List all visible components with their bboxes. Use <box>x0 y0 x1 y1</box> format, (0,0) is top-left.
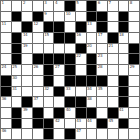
clue-number: 33 <box>66 87 71 91</box>
blocked-cell <box>33 108 43 118</box>
letter-cell[interactable] <box>65 44 75 54</box>
blocked-cell <box>97 76 107 86</box>
letter-cell[interactable] <box>1 33 11 43</box>
blocked-cell <box>1 87 11 97</box>
clue-number: 37 <box>34 97 39 101</box>
letter-cell[interactable]: 39 <box>22 108 32 118</box>
letter-cell[interactable] <box>44 44 54 54</box>
blocked-cell <box>22 97 32 107</box>
letter-cell[interactable] <box>119 129 129 139</box>
clue-number: 17 <box>98 33 103 37</box>
letter-cell[interactable] <box>1 12 11 22</box>
blocked-cell <box>87 76 97 86</box>
letter-cell[interactable] <box>97 97 107 107</box>
letter-cell[interactable] <box>76 12 86 22</box>
letter-cell[interactable] <box>65 22 75 32</box>
clue-number: 12 <box>34 22 39 26</box>
clue-number: 8 <box>130 1 132 5</box>
letter-cell[interactable] <box>33 33 43 43</box>
letter-cell[interactable]: 40 <box>65 108 75 118</box>
letter-cell[interactable]: 8 <box>129 1 139 11</box>
letter-cell[interactable] <box>108 12 118 22</box>
letter-cell[interactable] <box>54 97 64 107</box>
blocked-cell <box>12 108 22 118</box>
letter-cell[interactable] <box>108 87 118 97</box>
letter-cell[interactable] <box>129 129 139 139</box>
letter-cell[interactable] <box>108 129 118 139</box>
letter-cell[interactable] <box>129 33 139 43</box>
letter-cell[interactable]: 1 <box>1 1 11 11</box>
clue-number: 11 <box>2 22 7 26</box>
letter-cell[interactable]: 25 <box>12 65 22 75</box>
letter-cell[interactable] <box>97 44 107 54</box>
letter-cell[interactable] <box>119 1 129 11</box>
clue-number: 40 <box>66 108 71 112</box>
clue-number: 16 <box>76 33 81 37</box>
letter-cell[interactable] <box>22 119 32 129</box>
letter-cell[interactable] <box>1 108 11 118</box>
letter-cell[interactable]: 12 <box>33 22 43 32</box>
letter-cell[interactable]: 35 <box>97 87 107 97</box>
blocked-cell <box>97 22 107 32</box>
letter-cell[interactable] <box>108 76 118 86</box>
clue-number: 7 <box>108 1 110 5</box>
blocked-cell <box>22 22 32 32</box>
letter-cell[interactable]: 31 <box>12 87 22 97</box>
letter-cell[interactable]: 20 <box>87 44 97 54</box>
letter-cell[interactable] <box>108 65 118 75</box>
clue-number: 47 <box>76 129 81 133</box>
letter-cell[interactable]: 2 <box>22 1 32 11</box>
blocked-cell <box>87 12 97 22</box>
letter-cell[interactable] <box>1 44 11 54</box>
blocked-cell <box>119 87 129 97</box>
letter-cell[interactable] <box>22 54 32 64</box>
letter-cell[interactable] <box>33 44 43 54</box>
clue-number: 46 <box>2 129 7 133</box>
clue-number: 3 <box>44 1 46 5</box>
clue-number: 1 <box>2 1 4 5</box>
letter-cell[interactable] <box>33 129 43 139</box>
clue-number: 10 <box>66 12 71 16</box>
letter-cell[interactable] <box>54 129 64 139</box>
letter-cell[interactable] <box>108 54 118 64</box>
clue-number: 36 <box>2 97 7 101</box>
letter-cell[interactable]: 10 <box>65 12 75 22</box>
clue-number: 15 <box>44 33 49 37</box>
blocked-cell <box>129 54 139 64</box>
clue-number: 32 <box>44 87 49 91</box>
blocked-cell <box>65 97 75 107</box>
clue-number: 34 <box>87 87 92 91</box>
letter-cell[interactable] <box>33 76 43 86</box>
letter-cell[interactable] <box>87 33 97 43</box>
letter-cell[interactable]: 30 <box>12 76 22 86</box>
letter-cell[interactable]: 17 <box>97 33 107 43</box>
blocked-cell <box>44 129 54 139</box>
blocked-cell <box>65 76 75 86</box>
letter-cell[interactable] <box>87 129 97 139</box>
letter-cell[interactable]: 22 <box>76 54 86 64</box>
blocked-cell <box>12 54 22 64</box>
blocked-cell <box>76 44 86 54</box>
letter-cell[interactable]: 24 <box>1 65 11 75</box>
blocked-cell <box>87 1 97 11</box>
letter-cell[interactable] <box>33 1 43 11</box>
letter-cell[interactable]: 37 <box>33 97 43 107</box>
clue-number: 13 <box>87 22 92 26</box>
letter-cell[interactable] <box>1 54 11 64</box>
letter-cell[interactable]: 38 <box>87 97 97 107</box>
blocked-cell <box>33 54 43 64</box>
letter-cell[interactable]: 32 <box>44 87 54 97</box>
clue-number: 24 <box>2 65 7 69</box>
clue-number: 29 <box>130 65 135 69</box>
letter-cell[interactable] <box>54 12 64 22</box>
letter-cell[interactable] <box>22 76 32 86</box>
blocked-cell <box>12 33 22 43</box>
blocked-cell <box>65 33 75 43</box>
blocked-cell <box>97 119 107 129</box>
letter-cell[interactable] <box>76 87 86 97</box>
clue-number: 14 <box>23 33 28 37</box>
letter-cell[interactable]: 13 <box>87 22 97 32</box>
blocked-cell <box>119 22 129 32</box>
clue-number: 6 <box>98 1 100 5</box>
blocked-cell <box>119 97 129 107</box>
letter-cell[interactable] <box>108 22 118 32</box>
blocked-cell <box>44 76 54 86</box>
letter-cell[interactable]: 21 <box>108 44 118 54</box>
letter-cell[interactable] <box>129 108 139 118</box>
letter-cell[interactable] <box>119 54 129 64</box>
clue-number: 23 <box>98 54 103 58</box>
letter-cell[interactable] <box>12 97 22 107</box>
blocked-cell <box>12 44 22 54</box>
letter-cell[interactable] <box>22 129 32 139</box>
letter-cell[interactable]: 27 <box>54 65 64 75</box>
letter-cell[interactable] <box>44 97 54 107</box>
letter-cell[interactable] <box>119 65 129 75</box>
letter-cell[interactable]: 3 <box>44 1 54 11</box>
clue-number: 25 <box>12 65 17 69</box>
letter-cell[interactable]: 7 <box>108 1 118 11</box>
blocked-cell <box>76 22 86 32</box>
letter-cell[interactable] <box>1 119 11 129</box>
blocked-cell <box>119 12 129 22</box>
clue-number: 35 <box>98 87 103 91</box>
letter-cell[interactable] <box>129 12 139 22</box>
blocked-cell <box>44 119 54 129</box>
clue-number: 45 <box>108 119 113 123</box>
blocked-cell <box>108 108 118 118</box>
blocked-cell <box>65 65 75 75</box>
letter-cell[interactable]: 42 <box>54 119 64 129</box>
letter-cell[interactable]: 23 <box>97 54 107 64</box>
blocked-cell <box>12 12 22 22</box>
letter-cell[interactable] <box>22 87 32 97</box>
clue-number: 28 <box>98 65 103 69</box>
letter-cell[interactable]: 33 <box>65 87 75 97</box>
clue-number: 9 <box>44 12 46 16</box>
blocked-cell <box>87 108 97 118</box>
clue-number: 38 <box>87 97 92 101</box>
letter-cell[interactable] <box>76 65 86 75</box>
letter-cell[interactable] <box>33 87 43 97</box>
clue-number: 31 <box>12 87 17 91</box>
clue-number: 18 <box>119 33 124 37</box>
clue-number: 19 <box>23 44 28 48</box>
letter-cell[interactable] <box>54 76 64 86</box>
letter-cell[interactable]: 46 <box>1 129 11 139</box>
blocked-cell <box>76 76 86 86</box>
clue-number: 44 <box>87 119 92 123</box>
letter-cell[interactable]: 15 <box>44 33 54 43</box>
letter-cell[interactable]: 6 <box>97 1 107 11</box>
blocked-cell <box>65 54 75 64</box>
letter-cell[interactable] <box>22 12 32 22</box>
letter-cell[interactable] <box>12 22 22 32</box>
clue-number: 41 <box>119 108 124 112</box>
clue-number: 26 <box>34 65 39 69</box>
letter-cell[interactable] <box>129 97 139 107</box>
blocked-cell <box>119 76 129 86</box>
letter-cell[interactable] <box>129 22 139 32</box>
clue-number: 20 <box>87 44 92 48</box>
letter-cell[interactable]: 11 <box>1 22 11 32</box>
blocked-cell <box>54 22 64 32</box>
letter-cell[interactable]: 34 <box>87 87 97 97</box>
letter-cell[interactable] <box>44 108 54 118</box>
blocked-cell <box>87 65 97 75</box>
blocked-cell <box>97 12 107 22</box>
letter-cell[interactable]: 9 <box>44 12 54 22</box>
blocked-cell <box>33 12 43 22</box>
letter-cell[interactable] <box>12 129 22 139</box>
letter-cell[interactable]: 47 <box>76 129 86 139</box>
letter-cell[interactable] <box>129 87 139 97</box>
letter-cell[interactable]: 19 <box>22 44 32 54</box>
letter-cell[interactable]: 14 <box>22 33 32 43</box>
letter-cell[interactable] <box>12 1 22 11</box>
letter-cell[interactable]: 18 <box>119 33 129 43</box>
blocked-cell <box>108 33 118 43</box>
clue-number: 22 <box>76 54 81 58</box>
letter-cell[interactable] <box>97 129 107 139</box>
blocked-cell <box>65 129 75 139</box>
clue-number: 39 <box>23 108 28 112</box>
clue-number: 42 <box>55 119 60 123</box>
letter-cell[interactable] <box>54 44 64 54</box>
clue-number: 4 <box>55 1 57 5</box>
letter-cell[interactable]: 41 <box>119 108 129 118</box>
blocked-cell <box>87 54 97 64</box>
blocked-cell <box>12 119 22 129</box>
crossword-grid: 1234567891011121314151617181920212223242… <box>0 0 140 140</box>
letter-cell[interactable] <box>129 119 139 129</box>
letter-cell[interactable] <box>97 108 107 118</box>
blocked-cell <box>54 108 64 118</box>
letter-cell[interactable] <box>22 65 32 75</box>
blocked-cell <box>54 33 64 43</box>
letter-cell[interactable] <box>108 97 118 107</box>
letter-cell[interactable] <box>129 76 139 86</box>
clue-number: 2 <box>23 1 25 5</box>
blocked-cell <box>129 44 139 54</box>
blocked-cell <box>1 76 11 86</box>
blocked-cell <box>54 87 64 97</box>
letter-cell[interactable]: 4 <box>54 1 64 11</box>
letter-cell[interactable]: 16 <box>76 33 86 43</box>
clue-number: 21 <box>108 44 113 48</box>
blocked-cell <box>44 54 54 64</box>
letter-cell[interactable]: 45 <box>108 119 118 129</box>
letter-cell[interactable]: 44 <box>87 119 97 129</box>
clue-number: 43 <box>76 119 81 123</box>
letter-cell[interactable]: 29 <box>129 65 139 75</box>
blocked-cell <box>76 108 86 118</box>
blocked-cell <box>65 1 75 11</box>
clue-number: 30 <box>12 76 17 80</box>
letter-cell[interactable] <box>119 44 129 54</box>
blocked-cell <box>119 119 129 129</box>
clue-number: 5 <box>76 1 78 5</box>
letter-cell[interactable] <box>65 119 75 129</box>
blocked-cell <box>54 54 64 64</box>
letter-cell[interactable]: 28 <box>97 65 107 75</box>
letter-cell[interactable]: 5 <box>76 1 86 11</box>
blocked-cell <box>44 22 54 32</box>
letter-cell[interactable]: 36 <box>1 97 11 107</box>
blocked-cell <box>44 65 54 75</box>
blocked-cell <box>76 97 86 107</box>
letter-cell[interactable]: 26 <box>33 65 43 75</box>
blocked-cell <box>33 119 43 129</box>
letter-cell[interactable]: 43 <box>76 119 86 129</box>
clue-number: 27 <box>55 65 60 69</box>
